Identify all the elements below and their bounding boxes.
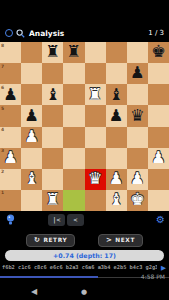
square-b6[interactable] [21,84,42,105]
piece-white-bishop-f1: ♝ [109,192,124,209]
square-f4[interactable] [106,127,127,148]
square-a6[interactable]: 6♟ [0,84,21,105]
piece-black-rook-c8: ♜ [45,44,60,61]
next-label: NEXT [115,237,135,243]
square-a3[interactable]: 3♟ [0,148,21,169]
progress-fill [0,276,98,278]
square-g3[interactable] [127,148,148,169]
app-screen: Analysis 1 / 3 8♜♜♚7♟6♟♝♜♝5♟♟♛4♟3♟♟2♝♛♟♟… [0,0,169,300]
go-to-start-button[interactable]: |< [48,214,65,226]
rank-label-7: 7 [1,64,4,69]
square-c4[interactable] [42,127,63,148]
nav-back-icon[interactable]: ◀ [31,287,37,296]
square-f3[interactable] [106,148,127,169]
square-b3[interactable] [21,148,42,169]
piece-white-bishop-b2: ♝ [24,171,39,188]
square-a4[interactable]: 4 [0,127,21,148]
piece-white-queen-e2: ♛ [88,171,103,188]
piece-black-rook-d8: ♜ [67,44,82,61]
square-c7[interactable] [42,63,63,84]
square-e3[interactable] [85,148,106,169]
navigation-control-bar: |< < ⚙ [0,211,169,230]
piece-white-pawn-a3: ♟ [3,149,18,166]
evaluation-bar[interactable]: +0.74 (depth: 17) [5,250,164,261]
piece-white-pawn-f2: ♟ [109,171,124,188]
square-c3[interactable] [42,148,63,169]
piece-black-king-h8: ♚ [151,44,166,61]
square-b1[interactable] [21,190,42,211]
app-logo-icon [5,29,13,37]
square-e1[interactable] [85,190,106,211]
square-g8[interactable] [127,42,148,63]
progress-row[interactable]: 4:58 PM [0,273,169,283]
square-g5[interactable]: ♛ [127,105,148,126]
rank-label-4: 4 [1,127,4,132]
search-icon[interactable] [16,29,25,38]
square-b7[interactable] [21,63,42,84]
engine-line-row[interactable]: f6b2 c1c6 c8c6 e6c6 b2a3 c6a6 a3b4 e2b5 … [0,261,169,273]
rank-label-2: 2 [1,169,4,174]
rank-label-8: 8 [1,43,4,48]
next-chevron-icon: > [106,236,112,244]
square-h1[interactable] [148,190,169,211]
square-b4[interactable]: ♟ [21,127,42,148]
square-c5[interactable] [42,105,63,126]
chess-board: 8♜♜♚7♟6♟♝♜♝5♟♟♛4♟3♟♟2♝♛♟♟1♜♝♚ [0,42,169,211]
square-g6[interactable] [127,84,148,105]
square-b2[interactable]: ♝ [21,169,42,190]
piece-white-rook-e6: ♜ [88,86,103,103]
square-f6[interactable]: ♝ [106,84,127,105]
square-a5[interactable]: 5 [0,105,21,126]
rank-label-1: 1 [1,190,4,195]
square-f5[interactable]: ♟ [106,105,127,126]
square-a2[interactable]: 2 [0,169,21,190]
square-d2[interactable] [63,169,84,190]
square-f7[interactable] [106,63,127,84]
square-a7[interactable]: 7 [0,63,21,84]
retry-icon: ↻ [34,236,40,244]
square-h2[interactable] [148,169,169,190]
piece-black-bishop-c6: ♝ [45,86,60,103]
square-h6[interactable] [148,84,169,105]
square-c6[interactable]: ♝ [42,84,63,105]
square-d3[interactable] [63,148,84,169]
app-bar: Analysis 1 / 3 [0,24,169,42]
rank-label-5: 5 [1,106,4,111]
square-e7[interactable] [85,63,106,84]
piece-black-pawn-a6: ♟ [3,86,18,103]
square-c1[interactable]: ♜ [42,190,63,211]
puzzle-counter: 1 / 3 [148,29,164,37]
engine-line-moves: f6b2 c1c6 c8c6 e6c6 b2a3 c6a6 a3b4 e2b5 … [2,264,157,270]
square-b8[interactable] [21,42,42,63]
next-button[interactable]: > NEXT [98,234,143,247]
square-d7[interactable] [63,63,84,84]
piece-white-king-g1: ♚ [130,192,145,209]
evaluation-text: +0.74 (depth: 17) [53,252,116,259]
retry-button[interactable]: ↻ RETRY [26,234,75,247]
square-h3[interactable]: ♟ [148,148,169,169]
piece-black-bishop-f6: ♝ [109,86,124,103]
piece-white-pawn-b4: ♟ [24,128,39,145]
square-e4[interactable] [85,127,106,148]
retry-label: RETRY [43,237,67,243]
square-a1[interactable]: 1 [0,190,21,211]
android-nav-bar: ◀ ● [0,283,169,300]
nav-home-icon[interactable]: ● [81,288,87,297]
square-e8[interactable] [85,42,106,63]
square-g4[interactable] [127,127,148,148]
square-g2[interactable]: ♟ [127,169,148,190]
square-f2[interactable]: ♟ [106,169,127,190]
piece-black-pawn-f5: ♟ [109,107,124,124]
settings-gear-icon[interactable]: ⚙ [156,213,165,227]
square-h8[interactable]: ♚ [148,42,169,63]
square-c2[interactable] [42,169,63,190]
piece-white-pawn-h3: ♟ [151,149,166,166]
piece-white-pawn-g2: ♟ [130,171,145,188]
page-title: Analysis [29,29,64,38]
square-g1[interactable]: ♚ [127,190,148,211]
square-f1[interactable]: ♝ [106,190,127,211]
piece-black-pawn-g7: ♟ [130,65,145,82]
square-h4[interactable] [148,127,169,148]
square-e5[interactable] [85,105,106,126]
piece-white-rook-c1: ♜ [45,192,60,209]
square-f8[interactable] [106,42,127,63]
action-buttons-row: ↻ RETRY > NEXT [0,230,169,250]
square-h7[interactable] [148,63,169,84]
square-d6[interactable] [63,84,84,105]
square-a8[interactable]: 8 [0,42,21,63]
square-c8[interactable]: ♜ [42,42,63,63]
status-bar [0,0,169,24]
square-b5[interactable]: ♟ [21,105,42,126]
piece-black-queen-g5: ♛ [130,107,145,124]
hint-lightbulb-icon[interactable] [6,214,15,226]
square-e6[interactable]: ♜ [85,84,106,105]
square-h5[interactable] [148,105,169,126]
clock-time: 4:58 PM [141,273,165,280]
square-d1[interactable] [63,190,84,211]
square-d4[interactable] [63,127,84,148]
previous-move-button[interactable]: < [67,214,84,226]
square-e2[interactable]: ♛ [85,169,106,190]
piece-black-pawn-b5: ♟ [24,107,39,124]
square-g7[interactable]: ♟ [127,63,148,84]
play-line-icon[interactable]: ▶ [161,264,166,272]
square-d8[interactable]: ♜ [63,42,84,63]
square-d5[interactable] [63,105,84,126]
